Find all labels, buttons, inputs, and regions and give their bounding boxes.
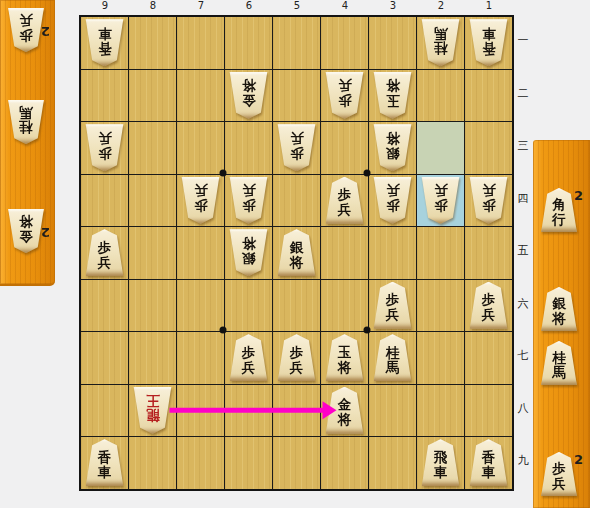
koma-body: 香車 (469, 439, 509, 486)
square-62[interactable]: 金将 (225, 70, 272, 122)
koma-body: 金将 (325, 387, 365, 434)
rank-label-2: 二 (515, 86, 531, 101)
file-label-7: 7 (177, 0, 225, 11)
square-52[interactable] (273, 70, 320, 122)
square-21[interactable]: 桂馬 (417, 17, 464, 69)
hoshi-dot (220, 327, 227, 334)
koma-body: 銀将 (373, 124, 413, 171)
square-74[interactable]: 歩兵 (177, 175, 224, 227)
piece-kyosha-lance-sente[interactable]: 香車 (85, 439, 125, 486)
square-58[interactable] (273, 385, 320, 437)
koma-kanji: 角行 (540, 197, 578, 227)
piece-kakugyo-bishop-sente[interactable]: 角行 (540, 188, 578, 232)
square-65[interactable]: 銀将 (225, 227, 272, 279)
square-79[interactable] (177, 437, 224, 489)
koma-body: 歩兵 (229, 334, 269, 381)
koma-kanji: 歩兵 (325, 187, 365, 217)
sente-hand-tray: 角行2銀将桂馬歩兵2 (533, 140, 590, 508)
square-12[interactable] (465, 70, 512, 122)
square-97[interactable] (81, 332, 128, 384)
hand-slot-keima-knight: 桂馬 (540, 341, 578, 385)
square-15[interactable] (465, 227, 512, 279)
koma-body: 香車 (469, 19, 509, 66)
square-39[interactable] (369, 437, 416, 489)
koma-kanji: 桂馬 (373, 344, 413, 374)
koma-kanji: 玉将 (373, 78, 413, 108)
square-23[interactable] (417, 122, 464, 174)
hand-slot-fuhyo-pawn: 歩兵 (540, 452, 578, 496)
square-82[interactable] (129, 70, 176, 122)
koma-body: 金将 (229, 72, 269, 119)
piece-ginsho-silver-gote[interactable]: 銀将 (373, 124, 413, 171)
square-13[interactable] (465, 122, 512, 174)
koma-body: 香車 (85, 19, 125, 66)
hoshi-dot (364, 169, 371, 176)
square-55[interactable]: 銀将 (273, 227, 320, 279)
piece-kinsho-gold-gote[interactable]: 金将 (229, 72, 269, 119)
square-51[interactable] (273, 17, 320, 69)
koma-kanji: 桂馬 (421, 26, 461, 56)
koma-kanji: 歩兵 (540, 461, 578, 491)
koma-kanji: 銀将 (373, 131, 413, 161)
koma-kanji: 香車 (85, 449, 125, 479)
square-66[interactable] (225, 280, 272, 332)
square-91[interactable]: 香車 (81, 17, 128, 69)
square-96[interactable] (81, 280, 128, 332)
square-85[interactable] (129, 227, 176, 279)
koma-body: 銀将 (229, 229, 269, 276)
square-95[interactable]: 歩兵 (81, 227, 128, 279)
koma-body: 桂馬 (7, 100, 45, 144)
rank-label-4: 四 (515, 191, 531, 206)
square-43[interactable] (321, 122, 368, 174)
koma-body: 金将 (7, 209, 45, 253)
koma-kanji: 玉将 (325, 344, 365, 374)
koma-body: 香車 (85, 439, 125, 486)
hand-count-fuhyo-pawn: 2 (574, 452, 583, 467)
square-11[interactable]: 香車 (465, 17, 512, 69)
koma-kanji: 歩兵 (469, 183, 509, 213)
square-78[interactable] (177, 385, 224, 437)
piece-keima-knight-sente[interactable]: 桂馬 (373, 334, 413, 381)
koma-body: 歩兵 (421, 177, 461, 224)
piece-keima-knight-gote[interactable]: 桂馬 (7, 100, 45, 144)
koma-kanji: 歩兵 (421, 183, 461, 213)
koma-kanji: 香車 (469, 26, 509, 56)
square-77[interactable] (177, 332, 224, 384)
koma-kanji: 金将 (7, 214, 45, 244)
hand-count-fuhyo-pawn: 2 (41, 24, 50, 39)
piece-fuhyo-pawn-sente[interactable]: 歩兵 (325, 177, 365, 224)
koma-body: 飛車 (421, 439, 461, 486)
koma-kanji: 香車 (469, 449, 509, 479)
piece-ginsho-silver-gote[interactable]: 銀将 (229, 229, 269, 276)
square-56[interactable] (273, 280, 320, 332)
piece-fuhyo-pawn-gote[interactable]: 歩兵 (373, 177, 413, 224)
hand-slot-fuhyo-pawn: 歩兵 (7, 8, 45, 52)
piece-fuhyo-pawn-gote[interactable]: 歩兵 (181, 177, 221, 224)
koma-body: 歩兵 (277, 124, 317, 171)
koma-body: 桂馬 (540, 341, 578, 385)
gote-hand-tray: 歩兵2桂馬金将2 (0, 0, 55, 286)
square-59[interactable] (273, 437, 320, 489)
koma-body: 桂馬 (421, 19, 461, 66)
koma-body: 龍王 (133, 387, 173, 434)
square-25[interactable] (417, 227, 464, 279)
square-41[interactable] (321, 17, 368, 69)
piece-fuhyo-pawn-gote[interactable]: 歩兵 (7, 8, 45, 52)
koma-kanji: 歩兵 (469, 292, 509, 322)
shogi-game-screen: 歩兵2桂馬金将2 987654321 香車桂馬香車金将歩兵玉将歩兵歩兵銀将歩兵歩… (0, 0, 590, 508)
koma-body: 歩兵 (325, 177, 365, 224)
file-label-5: 5 (273, 0, 321, 11)
square-18[interactable] (465, 385, 512, 437)
koma-body: 歩兵 (469, 177, 509, 224)
koma-kanji: 歩兵 (373, 183, 413, 213)
square-26[interactable] (417, 280, 464, 332)
koma-kanji: 桂馬 (540, 350, 578, 380)
square-92[interactable] (81, 70, 128, 122)
piece-fuhyo-pawn-sente[interactable]: 歩兵 (469, 282, 509, 329)
rank-label-9: 九 (515, 453, 531, 468)
square-54[interactable] (273, 175, 320, 227)
koma-body: 銀将 (540, 287, 578, 331)
koma-body: 歩兵 (373, 177, 413, 224)
piece-fuhyo-pawn-gote[interactable]: 歩兵 (85, 124, 125, 171)
piece-kinsho-gold-gote[interactable]: 金将 (7, 209, 45, 253)
square-34[interactable]: 歩兵 (369, 175, 416, 227)
piece-keima-knight-sente[interactable]: 桂馬 (540, 341, 578, 385)
koma-kanji: 龍王 (133, 393, 173, 423)
square-46[interactable] (321, 280, 368, 332)
square-68[interactable] (225, 385, 272, 437)
hand-slot-kakugyo-bishop: 角行 (540, 188, 578, 232)
koma-body: 歩兵 (85, 124, 125, 171)
square-36[interactable]: 歩兵 (369, 280, 416, 332)
hoshi-dot (364, 327, 371, 334)
rank-label-5: 五 (515, 243, 531, 258)
square-27[interactable] (417, 332, 464, 384)
piece-ginsho-silver-sente[interactable]: 銀将 (277, 229, 317, 276)
square-93[interactable]: 歩兵 (81, 122, 128, 174)
koma-body: 歩兵 (7, 8, 45, 52)
square-84[interactable] (129, 175, 176, 227)
square-71[interactable] (177, 17, 224, 69)
koma-body: 歩兵 (181, 177, 221, 224)
koma-body: 歩兵 (229, 177, 269, 224)
piece-keima-knight-gote[interactable]: 桂馬 (421, 19, 461, 66)
shogi-board: 香車桂馬香車金将歩兵玉将歩兵歩兵銀将歩兵歩兵歩兵歩兵歩兵歩兵歩兵銀将銀将歩兵歩兵… (79, 15, 514, 491)
koma-body: 歩兵 (277, 334, 317, 381)
square-87[interactable] (129, 332, 176, 384)
koma-kanji: 歩兵 (277, 131, 317, 161)
square-28[interactable] (417, 385, 464, 437)
square-81[interactable] (129, 17, 176, 69)
square-33[interactable]: 銀将 (369, 122, 416, 174)
hand-slot-kinsho-gold: 金将 (7, 209, 45, 253)
square-69[interactable] (225, 437, 272, 489)
rank-label-6: 六 (515, 296, 531, 311)
koma-body: 歩兵 (540, 452, 578, 496)
square-72[interactable] (177, 70, 224, 122)
piece-fuhyo-pawn-sente[interactable]: 歩兵 (373, 282, 413, 329)
piece-fuhyo-pawn-sente[interactable]: 歩兵 (229, 334, 269, 381)
rank-label-8: 八 (515, 401, 531, 416)
koma-kanji: 歩兵 (181, 183, 221, 213)
file-label-3: 3 (369, 0, 417, 11)
square-63[interactable] (225, 122, 272, 174)
koma-body: 歩兵 (373, 282, 413, 329)
square-76[interactable] (177, 280, 224, 332)
koma-kanji: 銀将 (277, 239, 317, 269)
koma-kanji: 桂馬 (7, 105, 45, 135)
square-99[interactable]: 香車 (81, 437, 128, 489)
square-45[interactable] (321, 227, 368, 279)
koma-kanji: 歩兵 (7, 13, 45, 43)
square-83[interactable] (129, 122, 176, 174)
koma-kanji: 歩兵 (229, 344, 269, 374)
koma-kanji: 歩兵 (229, 183, 269, 213)
koma-body: 銀将 (277, 229, 317, 276)
square-16[interactable]: 歩兵 (465, 280, 512, 332)
square-75[interactable] (177, 227, 224, 279)
square-35[interactable] (369, 227, 416, 279)
piece-fuhyo-pawn-gote[interactable]: 歩兵 (325, 72, 365, 119)
rank-label-1: 一 (515, 33, 531, 48)
hand-slot-ginsho-silver: 銀将 (540, 287, 578, 331)
hoshi-dot (220, 169, 227, 176)
hand-count-kakugyo-bishop: 2 (574, 188, 583, 203)
file-label-2: 2 (417, 0, 465, 11)
square-47[interactable]: 玉将 (321, 332, 368, 384)
piece-fuhyo-pawn-gote[interactable]: 歩兵 (277, 124, 317, 171)
koma-body: 桂馬 (373, 334, 413, 381)
piece-kyosha-lance-gote[interactable]: 香車 (85, 19, 125, 66)
file-label-4: 4 (321, 0, 369, 11)
file-label-8: 8 (129, 0, 177, 11)
piece-kyosha-lance-sente[interactable]: 香車 (469, 439, 509, 486)
piece-ryuo-dragon-gote[interactable]: 龍王 (133, 387, 173, 434)
piece-fuhyo-pawn-sente[interactable]: 歩兵 (85, 229, 125, 276)
piece-hisha-rook-sente[interactable]: 飛車 (421, 439, 461, 486)
square-37[interactable]: 桂馬 (369, 332, 416, 384)
square-29[interactable]: 飛車 (417, 437, 464, 489)
file-label-6: 6 (225, 0, 273, 11)
koma-body: 玉将 (325, 334, 365, 381)
koma-kanji: 金将 (229, 78, 269, 108)
koma-kanji: 飛車 (421, 449, 461, 479)
file-label-1: 1 (465, 0, 513, 11)
koma-body: 角行 (540, 188, 578, 232)
square-53[interactable]: 歩兵 (273, 122, 320, 174)
square-38[interactable] (369, 385, 416, 437)
piece-kyosha-lance-gote[interactable]: 香車 (469, 19, 509, 66)
square-48[interactable]: 金将 (321, 385, 368, 437)
koma-kanji: 金将 (325, 397, 365, 427)
square-86[interactable] (129, 280, 176, 332)
koma-kanji: 歩兵 (85, 239, 125, 269)
piece-gyokusho-king-gote[interactable]: 玉将 (373, 72, 413, 119)
square-49[interactable] (321, 437, 368, 489)
square-88[interactable]: 龍王 (129, 385, 176, 437)
koma-body: 歩兵 (85, 229, 125, 276)
square-73[interactable] (177, 122, 224, 174)
square-42[interactable]: 歩兵 (321, 70, 368, 122)
piece-ginsho-silver-sente[interactable]: 銀将 (540, 287, 578, 331)
piece-fuhyo-pawn-sente[interactable]: 歩兵 (540, 452, 578, 496)
square-57[interactable]: 歩兵 (273, 332, 320, 384)
square-67[interactable]: 歩兵 (225, 332, 272, 384)
square-32[interactable]: 玉将 (369, 70, 416, 122)
square-17[interactable] (465, 332, 512, 384)
rank-label-3: 三 (515, 138, 531, 153)
koma-kanji: 香車 (85, 26, 125, 56)
koma-body: 歩兵 (469, 282, 509, 329)
koma-kanji: 歩兵 (373, 292, 413, 322)
koma-kanji: 歩兵 (325, 78, 365, 108)
square-24[interactable]: 歩兵 (417, 175, 464, 227)
square-89[interactable] (129, 437, 176, 489)
piece-kinsho-gold-sente[interactable]: 金将 (325, 387, 365, 434)
piece-gyokusho-king-sente[interactable]: 玉将 (325, 334, 365, 381)
file-label-9: 9 (81, 0, 129, 11)
koma-body: 玉将 (373, 72, 413, 119)
square-94[interactable] (81, 175, 128, 227)
hand-slot-keima-knight: 桂馬 (7, 100, 45, 144)
piece-fuhyo-pawn-gote[interactable]: 歩兵 (421, 177, 461, 224)
square-31[interactable] (369, 17, 416, 69)
square-19[interactable]: 香車 (465, 437, 512, 489)
square-44[interactable]: 歩兵 (321, 175, 368, 227)
square-98[interactable] (81, 385, 128, 437)
board-area: 香車桂馬香車金将歩兵玉将歩兵歩兵銀将歩兵歩兵歩兵歩兵歩兵歩兵歩兵銀将銀将歩兵歩兵… (79, 15, 514, 491)
koma-kanji: 歩兵 (85, 131, 125, 161)
piece-fuhyo-pawn-gote[interactable]: 歩兵 (229, 177, 269, 224)
piece-fuhyo-pawn-sente[interactable]: 歩兵 (277, 334, 317, 381)
square-22[interactable] (417, 70, 464, 122)
rank-label-7: 七 (515, 348, 531, 363)
square-14[interactable]: 歩兵 (465, 175, 512, 227)
koma-kanji: 歩兵 (277, 344, 317, 374)
piece-fuhyo-pawn-gote[interactable]: 歩兵 (469, 177, 509, 224)
koma-body: 歩兵 (325, 72, 365, 119)
square-64[interactable]: 歩兵 (225, 175, 272, 227)
hand-count-kinsho-gold: 2 (41, 225, 50, 240)
koma-kanji: 銀将 (540, 296, 578, 326)
koma-kanji: 銀将 (229, 236, 269, 266)
square-61[interactable] (225, 17, 272, 69)
